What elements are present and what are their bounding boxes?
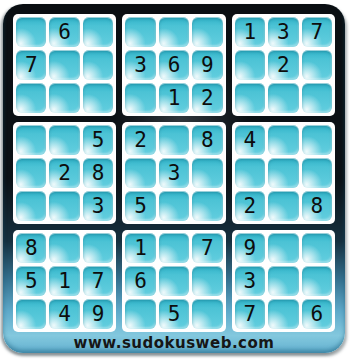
cell-r4c6[interactable]: 8 bbox=[192, 125, 222, 155]
cell-r6c9[interactable]: 8 bbox=[302, 191, 332, 221]
cell-r6c1[interactable] bbox=[16, 191, 46, 221]
cell-r5c1[interactable] bbox=[16, 158, 46, 188]
cell-r9c2[interactable]: 4 bbox=[49, 299, 79, 329]
cell-r8c5[interactable] bbox=[159, 266, 189, 296]
box-3: 1372 bbox=[232, 14, 335, 116]
cell-r7c4[interactable]: 1 bbox=[125, 233, 155, 263]
cell-r7c9[interactable] bbox=[302, 233, 332, 263]
cell-r6c6[interactable] bbox=[192, 191, 222, 221]
cell-r2c9[interactable] bbox=[302, 50, 332, 80]
cell-r8c1[interactable]: 5 bbox=[16, 266, 46, 296]
cell-r2c5[interactable]: 6 bbox=[159, 50, 189, 80]
cell-r2c7[interactable] bbox=[235, 50, 265, 80]
box-8: 1765 bbox=[122, 230, 225, 332]
cell-r2c3[interactable] bbox=[83, 50, 113, 80]
cell-r1c7[interactable]: 1 bbox=[235, 17, 265, 47]
cell-r6c5[interactable] bbox=[159, 191, 189, 221]
board-frame: 673691213725283283542885174917659376 www… bbox=[3, 4, 345, 353]
cell-r3c7[interactable] bbox=[235, 83, 265, 113]
cell-r5c5[interactable]: 3 bbox=[159, 158, 189, 188]
cell-r1c8[interactable]: 3 bbox=[268, 17, 298, 47]
cell-r8c7[interactable]: 3 bbox=[235, 266, 265, 296]
box-9: 9376 bbox=[232, 230, 335, 332]
cell-r6c2[interactable] bbox=[49, 191, 79, 221]
cell-r9c6[interactable] bbox=[192, 299, 222, 329]
cell-r9c8[interactable] bbox=[268, 299, 298, 329]
cell-r8c4[interactable]: 6 bbox=[125, 266, 155, 296]
cell-r1c9[interactable]: 7 bbox=[302, 17, 332, 47]
cell-r2c4[interactable]: 3 bbox=[125, 50, 155, 80]
cell-r6c3[interactable]: 3 bbox=[83, 191, 113, 221]
cell-r3c3[interactable] bbox=[83, 83, 113, 113]
cell-r5c3[interactable]: 8 bbox=[83, 158, 113, 188]
cell-r6c4[interactable]: 5 bbox=[125, 191, 155, 221]
cell-r9c4[interactable] bbox=[125, 299, 155, 329]
cell-r3c1[interactable] bbox=[16, 83, 46, 113]
cell-r4c1[interactable] bbox=[16, 125, 46, 155]
cell-r3c2[interactable] bbox=[49, 83, 79, 113]
cell-r6c8[interactable] bbox=[268, 191, 298, 221]
cell-r3c8[interactable] bbox=[268, 83, 298, 113]
cell-r7c5[interactable] bbox=[159, 233, 189, 263]
cell-r4c4[interactable]: 2 bbox=[125, 125, 155, 155]
cell-r8c3[interactable]: 7 bbox=[83, 266, 113, 296]
cell-r7c8[interactable] bbox=[268, 233, 298, 263]
box-7: 851749 bbox=[13, 230, 116, 332]
cell-r8c6[interactable] bbox=[192, 266, 222, 296]
cell-r5c6[interactable] bbox=[192, 158, 222, 188]
cell-r9c7[interactable]: 7 bbox=[235, 299, 265, 329]
cell-r5c9[interactable] bbox=[302, 158, 332, 188]
cell-r5c7[interactable] bbox=[235, 158, 265, 188]
cell-r5c4[interactable] bbox=[125, 158, 155, 188]
cell-r9c5[interactable]: 5 bbox=[159, 299, 189, 329]
cell-r1c1[interactable] bbox=[16, 17, 46, 47]
cell-r9c1[interactable] bbox=[16, 299, 46, 329]
cell-r7c7[interactable]: 9 bbox=[235, 233, 265, 263]
cell-r2c1[interactable]: 7 bbox=[16, 50, 46, 80]
cell-r7c3[interactable] bbox=[83, 233, 113, 263]
cell-r6c7[interactable]: 2 bbox=[235, 191, 265, 221]
cell-r2c2[interactable] bbox=[49, 50, 79, 80]
box-5: 2835 bbox=[122, 122, 225, 224]
cell-r4c9[interactable] bbox=[302, 125, 332, 155]
cell-r3c5[interactable]: 1 bbox=[159, 83, 189, 113]
cell-r1c6[interactable] bbox=[192, 17, 222, 47]
cell-r2c6[interactable]: 9 bbox=[192, 50, 222, 80]
cell-r9c9[interactable]: 6 bbox=[302, 299, 332, 329]
sudoku-board: 673691213725283283542885174917659376 bbox=[13, 14, 335, 332]
cell-r7c2[interactable] bbox=[49, 233, 79, 263]
footer-url: www.sudokusweb.com bbox=[13, 332, 335, 353]
cell-r5c2[interactable]: 2 bbox=[49, 158, 79, 188]
box-4: 5283 bbox=[13, 122, 116, 224]
cell-r3c6[interactable]: 2 bbox=[192, 83, 222, 113]
cell-r1c4[interactable] bbox=[125, 17, 155, 47]
box-2: 36912 bbox=[122, 14, 225, 116]
box-1: 67 bbox=[13, 14, 116, 116]
cell-r1c5[interactable] bbox=[159, 17, 189, 47]
cell-r8c2[interactable]: 1 bbox=[49, 266, 79, 296]
cell-r1c3[interactable] bbox=[83, 17, 113, 47]
box-6: 428 bbox=[232, 122, 335, 224]
cell-r8c9[interactable] bbox=[302, 266, 332, 296]
cell-r4c7[interactable]: 4 bbox=[235, 125, 265, 155]
cell-r3c9[interactable] bbox=[302, 83, 332, 113]
cell-r5c8[interactable] bbox=[268, 158, 298, 188]
cell-r9c3[interactable]: 9 bbox=[83, 299, 113, 329]
cell-r7c6[interactable]: 7 bbox=[192, 233, 222, 263]
cell-r4c8[interactable] bbox=[268, 125, 298, 155]
cell-r4c5[interactable] bbox=[159, 125, 189, 155]
cell-r7c1[interactable]: 8 bbox=[16, 233, 46, 263]
cell-r4c2[interactable] bbox=[49, 125, 79, 155]
cell-r3c4[interactable] bbox=[125, 83, 155, 113]
cell-r8c8[interactable] bbox=[268, 266, 298, 296]
cell-r1c2[interactable]: 6 bbox=[49, 17, 79, 47]
cell-r2c8[interactable]: 2 bbox=[268, 50, 298, 80]
cell-r4c3[interactable]: 5 bbox=[83, 125, 113, 155]
